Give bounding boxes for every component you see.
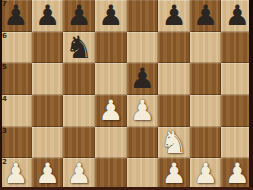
black-knight-c6[interactable]: ♞ [65, 32, 93, 63]
square-c5[interactable] [63, 63, 95, 95]
black-pawn-f7[interactable]: ♟ [161, 2, 186, 30]
square-f2[interactable]: ♟ [158, 158, 190, 190]
square-a3[interactable]: 3 [0, 127, 32, 159]
square-h3[interactable] [221, 127, 253, 159]
square-e3[interactable] [127, 127, 159, 159]
square-f6[interactable] [158, 32, 190, 64]
square-e4[interactable]: ♟ [127, 95, 159, 127]
black-pawn-e5[interactable]: ♟ [130, 65, 155, 93]
square-g6[interactable] [190, 32, 222, 64]
square-g5[interactable] [190, 63, 222, 95]
white-pawn-a2[interactable]: ♟ [3, 160, 28, 188]
square-d5[interactable] [95, 63, 127, 95]
square-a4[interactable]: 4 [0, 95, 32, 127]
white-pawn-e4[interactable]: ♟ [130, 97, 155, 125]
square-h2[interactable]: ♟ [221, 158, 253, 190]
chess-board-window: 7♟♟♟♟♟♟♟6♞5♟4♟♟3♞2♟♟♟♟♟♟ [0, 0, 253, 190]
white-pawn-f2[interactable]: ♟ [161, 160, 186, 188]
square-b7[interactable]: ♟ [32, 0, 64, 32]
square-c2[interactable]: ♟ [63, 158, 95, 190]
square-f7[interactable]: ♟ [158, 0, 190, 32]
square-g3[interactable] [190, 127, 222, 159]
rank-label-6: 6 [2, 33, 7, 40]
square-e6[interactable] [127, 32, 159, 64]
square-a6[interactable]: 6 [0, 32, 32, 64]
square-g2[interactable]: ♟ [190, 158, 222, 190]
rank-label-5: 5 [2, 64, 7, 71]
square-b4[interactable] [32, 95, 64, 127]
rank-label-7: 7 [2, 1, 7, 8]
square-f3[interactable]: ♞ [158, 127, 190, 159]
square-b6[interactable] [32, 32, 64, 64]
square-a2[interactable]: 2♟ [0, 158, 32, 190]
square-h7[interactable]: ♟ [221, 0, 253, 32]
square-h4[interactable] [221, 95, 253, 127]
square-c6[interactable]: ♞ [63, 32, 95, 64]
square-h6[interactable] [221, 32, 253, 64]
square-e2[interactable] [127, 158, 159, 190]
black-pawn-d7[interactable]: ♟ [98, 2, 123, 30]
square-d3[interactable] [95, 127, 127, 159]
square-b3[interactable] [32, 127, 64, 159]
square-b2[interactable]: ♟ [32, 158, 64, 190]
black-pawn-g7[interactable]: ♟ [193, 2, 218, 30]
square-c4[interactable] [63, 95, 95, 127]
chess-board: 7♟♟♟♟♟♟♟6♞5♟4♟♟3♞2♟♟♟♟♟♟ [0, 0, 253, 190]
black-pawn-a7[interactable]: ♟ [3, 2, 28, 30]
square-b5[interactable] [32, 63, 64, 95]
square-g7[interactable]: ♟ [190, 0, 222, 32]
black-pawn-c7[interactable]: ♟ [67, 2, 92, 30]
square-c3[interactable] [63, 127, 95, 159]
black-pawn-h7[interactable]: ♟ [225, 2, 250, 30]
white-pawn-h2[interactable]: ♟ [225, 160, 250, 188]
square-f4[interactable] [158, 95, 190, 127]
square-f5[interactable] [158, 63, 190, 95]
square-e7[interactable] [127, 0, 159, 32]
square-c7[interactable]: ♟ [63, 0, 95, 32]
square-a7[interactable]: 7♟ [0, 0, 32, 32]
square-d7[interactable]: ♟ [95, 0, 127, 32]
white-pawn-c2[interactable]: ♟ [67, 160, 92, 188]
black-pawn-b7[interactable]: ♟ [35, 2, 60, 30]
square-e5[interactable]: ♟ [127, 63, 159, 95]
rank-label-3: 3 [2, 128, 7, 135]
rank-label-2: 2 [2, 159, 7, 166]
white-pawn-b2[interactable]: ♟ [35, 160, 60, 188]
square-g4[interactable] [190, 95, 222, 127]
white-pawn-d4[interactable]: ♟ [98, 97, 123, 125]
white-knight-f3[interactable]: ♞ [160, 127, 188, 158]
square-d4[interactable]: ♟ [95, 95, 127, 127]
square-d6[interactable] [95, 32, 127, 64]
square-d2[interactable] [95, 158, 127, 190]
white-pawn-g2[interactable]: ♟ [193, 160, 218, 188]
square-h5[interactable] [221, 63, 253, 95]
rank-label-4: 4 [2, 96, 7, 103]
square-a5[interactable]: 5 [0, 63, 32, 95]
